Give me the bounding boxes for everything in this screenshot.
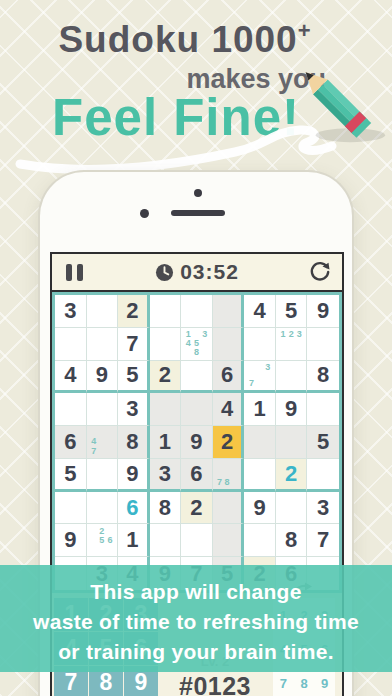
sudoku-cell[interactable] bbox=[150, 295, 182, 328]
header: Sudoku 1000+ makes you Feel Fine! bbox=[0, 0, 392, 170]
title-plus: + bbox=[298, 18, 312, 43]
sudoku-cell[interactable] bbox=[276, 426, 308, 459]
sudoku-cell[interactable]: 5 bbox=[307, 426, 339, 459]
sudoku-cell[interactable] bbox=[150, 393, 182, 426]
candidate-marks: 256 bbox=[87, 524, 118, 556]
candidate-marks: 47 bbox=[87, 426, 118, 458]
sudoku-cell[interactable] bbox=[150, 328, 182, 361]
sudoku-cell[interactable]: 37 bbox=[244, 361, 276, 394]
sudoku-cell[interactable]: 9 bbox=[181, 426, 213, 459]
sudoku-cell[interactable]: 9 bbox=[55, 524, 87, 557]
banner-line: waste of time to refreshing time bbox=[33, 607, 359, 637]
sudoku-cell[interactable]: 2 bbox=[150, 361, 182, 394]
restart-button[interactable] bbox=[308, 260, 332, 284]
app-store-screenshot: Sudoku 1000+ makes you Feel Fine! bbox=[0, 0, 392, 696]
sudoku-cell[interactable] bbox=[87, 393, 119, 426]
sudoku-cell[interactable]: 7 bbox=[118, 328, 150, 361]
sudoku-cell[interactable]: 3 bbox=[118, 393, 150, 426]
sudoku-cell[interactable] bbox=[244, 459, 276, 492]
sudoku-cell[interactable] bbox=[181, 361, 213, 394]
sudoku-cell[interactable] bbox=[213, 328, 245, 361]
promo-banner: This app will change waste of time to re… bbox=[0, 565, 392, 672]
timer-value: 03:52 bbox=[180, 260, 239, 284]
sudoku-cell[interactable]: 6 bbox=[213, 361, 245, 394]
sudoku-cell[interactable] bbox=[87, 328, 119, 361]
sudoku-cell[interactable]: 9 bbox=[276, 393, 308, 426]
sudoku-cell[interactable]: 256 bbox=[87, 524, 119, 557]
sudoku-cell[interactable]: 2 bbox=[213, 426, 245, 459]
clock-icon bbox=[155, 263, 174, 282]
sudoku-cell[interactable] bbox=[213, 524, 245, 557]
title-text: Sudoku 1000 bbox=[58, 19, 297, 60]
sudoku-cell[interactable]: 3 bbox=[150, 459, 182, 492]
sudoku-cell[interactable]: 9 bbox=[244, 492, 276, 525]
sudoku-cell[interactable]: 5 bbox=[55, 459, 87, 492]
toolbar: 03:52 bbox=[52, 254, 342, 292]
candidate-marks: 13458 bbox=[181, 328, 212, 360]
sudoku-cell[interactable] bbox=[87, 492, 119, 525]
sudoku-cell[interactable]: 9 bbox=[87, 361, 119, 394]
sudoku-cell[interactable]: 3 bbox=[55, 295, 87, 328]
sudoku-cell[interactable]: 3 bbox=[307, 492, 339, 525]
sudoku-cell[interactable]: 1 bbox=[244, 393, 276, 426]
banner-line: or training your brain time. bbox=[58, 637, 334, 667]
sudoku-cell[interactable]: 4 bbox=[55, 361, 87, 394]
sudoku-cell[interactable]: 8 bbox=[118, 426, 150, 459]
sudoku-cell[interactable]: 1 bbox=[118, 524, 150, 557]
sudoku-cell[interactable] bbox=[213, 295, 245, 328]
sudoku-cell[interactable] bbox=[213, 492, 245, 525]
candidate-marks: 37 bbox=[244, 361, 275, 391]
sudoku-cell[interactable]: 7 bbox=[307, 524, 339, 557]
sudoku-cell[interactable]: 5 bbox=[118, 361, 150, 394]
sudoku-cell[interactable]: 6 bbox=[118, 492, 150, 525]
sudoku-cell[interactable] bbox=[307, 393, 339, 426]
sudoku-cell[interactable] bbox=[87, 295, 119, 328]
puzzle-number: #0123 bbox=[158, 672, 272, 696]
sudoku-cell[interactable] bbox=[150, 524, 182, 557]
sudoku-cell[interactable]: 8 bbox=[150, 492, 182, 525]
page-title: Sudoku 1000+ bbox=[40, 18, 330, 61]
sudoku-cell[interactable] bbox=[181, 393, 213, 426]
sudoku-cell[interactable]: 2 bbox=[118, 295, 150, 328]
sudoku-cell[interactable]: 9 bbox=[118, 459, 150, 492]
sudoku-cell[interactable] bbox=[307, 459, 339, 492]
banner-line: This app will change bbox=[90, 577, 301, 607]
sudoku-cell[interactable]: 6 bbox=[181, 459, 213, 492]
sudoku-cell[interactable]: 6 bbox=[55, 426, 87, 459]
sudoku-cell[interactable]: 9 bbox=[307, 295, 339, 328]
sudoku-cell[interactable] bbox=[276, 361, 308, 394]
camera-dot bbox=[140, 209, 149, 218]
sudoku-cell[interactable]: 13458 bbox=[181, 328, 213, 361]
sudoku-grid: 3245971345812349526378341964781925593678… bbox=[52, 292, 342, 593]
sudoku-cell[interactable]: 47 bbox=[87, 426, 119, 459]
sudoku-cell[interactable]: 8 bbox=[276, 524, 308, 557]
sudoku-cell[interactable]: 4 bbox=[213, 393, 245, 426]
sudoku-cell[interactable]: 2 bbox=[276, 459, 308, 492]
sudoku-cell[interactable] bbox=[307, 328, 339, 361]
sudoku-cell[interactable]: 5 bbox=[276, 295, 308, 328]
candidate-marks: 78 bbox=[213, 459, 242, 489]
pencil-icon bbox=[288, 46, 392, 162]
candidate-marks: 123 bbox=[276, 328, 307, 360]
sudoku-cell[interactable] bbox=[244, 426, 276, 459]
sudoku-cell[interactable]: 4 bbox=[244, 295, 276, 328]
sudoku-cell[interactable] bbox=[276, 492, 308, 525]
sudoku-cell[interactable] bbox=[244, 524, 276, 557]
sudoku-cell[interactable] bbox=[55, 393, 87, 426]
speaker-grille bbox=[171, 210, 225, 216]
sudoku-cell[interactable]: 1 bbox=[150, 426, 182, 459]
timer-display: 03:52 bbox=[52, 254, 342, 290]
sudoku-cell[interactable] bbox=[87, 459, 119, 492]
sudoku-cell[interactable] bbox=[181, 524, 213, 557]
sudoku-cell[interactable] bbox=[244, 328, 276, 361]
sudoku-cell[interactable]: 78 bbox=[213, 459, 245, 492]
sudoku-cell[interactable] bbox=[181, 295, 213, 328]
sudoku-cell[interactable] bbox=[55, 328, 87, 361]
sudoku-cell[interactable]: 2 bbox=[181, 492, 213, 525]
sudoku-cell[interactable]: 8 bbox=[307, 361, 339, 394]
sudoku-cell[interactable]: 123 bbox=[276, 328, 308, 361]
sensor-dot bbox=[194, 189, 202, 197]
sudoku-cell[interactable] bbox=[55, 492, 87, 525]
